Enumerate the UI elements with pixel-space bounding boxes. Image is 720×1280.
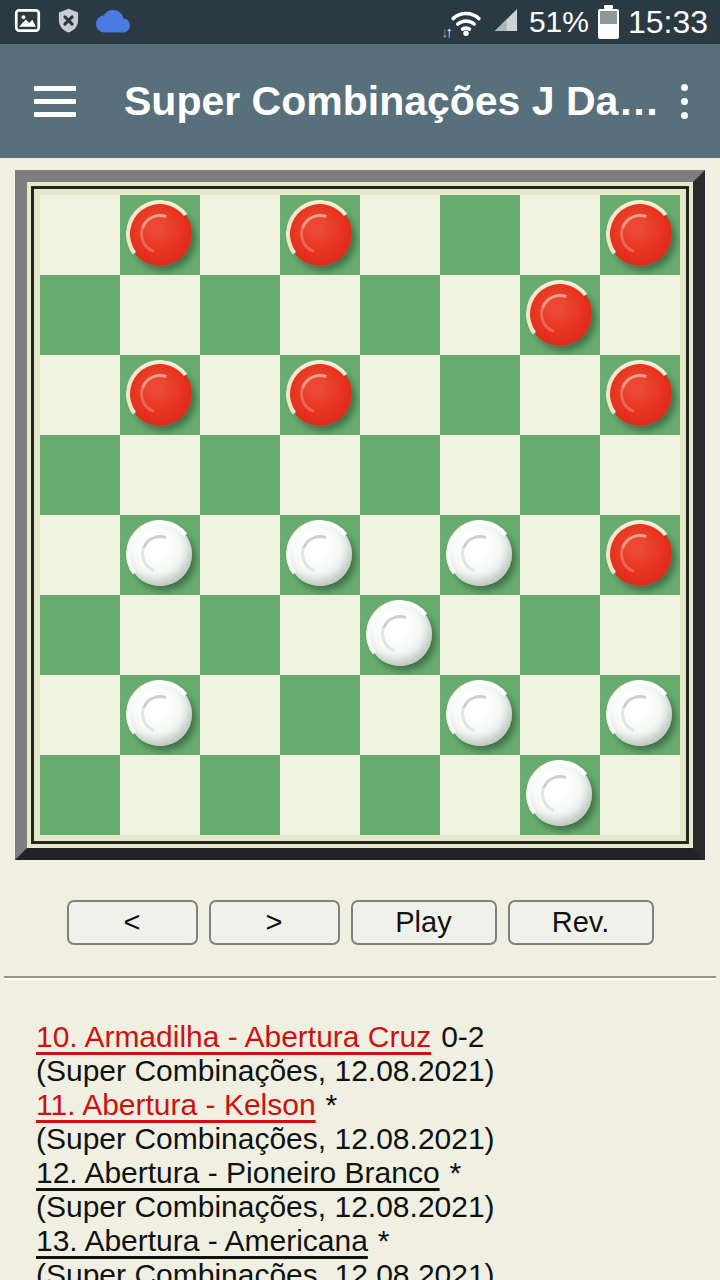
square-d3 <box>280 595 360 675</box>
square-c4 <box>200 515 280 595</box>
square-a5[interactable] <box>40 435 120 515</box>
game-list-item: 11. Abertura - Kelson*(Super Combinações… <box>36 1088 684 1156</box>
red-piece[interactable] <box>608 522 672 586</box>
square-f1 <box>440 755 520 835</box>
square-h2[interactable] <box>600 675 680 755</box>
square-h5 <box>600 435 680 515</box>
red-piece[interactable] <box>288 362 352 426</box>
square-e1[interactable] <box>360 755 440 835</box>
square-a3[interactable] <box>40 595 120 675</box>
square-h4[interactable] <box>600 515 680 595</box>
square-d7 <box>280 275 360 355</box>
shield-x-icon <box>55 7 82 38</box>
red-piece[interactable] <box>128 202 192 266</box>
game-link[interactable]: 10. Armadilha - Abertura Cruz <box>36 1020 431 1053</box>
square-d1 <box>280 755 360 835</box>
square-a6 <box>40 355 120 435</box>
white-piece[interactable] <box>128 682 192 746</box>
game-title-line: 10. Armadilha - Abertura Cruz0-2 <box>36 1020 684 1054</box>
game-title-line: 12. Abertura - Pioneiro Branco* <box>36 1156 684 1190</box>
games-list: 10. Armadilha - Abertura Cruz0-2(Super C… <box>36 1020 684 1280</box>
game-meta: (Super Combinações, 12.08.2021) <box>36 1122 684 1156</box>
square-h1 <box>600 755 680 835</box>
square-a8 <box>40 195 120 275</box>
square-e7[interactable] <box>360 275 440 355</box>
game-list-item: 13. Abertura - Americana*(Super Combinaç… <box>36 1224 684 1280</box>
square-g8 <box>520 195 600 275</box>
square-f7 <box>440 275 520 355</box>
phone-screen: ↓↑ 51% 15:33 Super Combinações J Da… < >… <box>0 0 720 1280</box>
white-piece[interactable] <box>608 682 672 746</box>
checkers-board-frame <box>15 170 705 860</box>
battery-icon <box>598 9 619 39</box>
game-meta: (Super Combinações, 12.08.2021) <box>36 1054 684 1088</box>
move-controls: < > Play Rev. <box>0 900 720 945</box>
square-g5[interactable] <box>520 435 600 515</box>
square-g1[interactable] <box>520 755 600 835</box>
signal-icon <box>492 6 520 38</box>
square-b1 <box>120 755 200 835</box>
square-f3 <box>440 595 520 675</box>
square-c7[interactable] <box>200 275 280 355</box>
square-g7[interactable] <box>520 275 600 355</box>
white-piece[interactable] <box>128 522 192 586</box>
battery-percent: 51% <box>529 5 589 39</box>
app-title: Super Combinações J Da… <box>124 78 677 125</box>
status-icons-right: ↓↑ 51% 15:33 <box>449 4 708 41</box>
square-b8[interactable] <box>120 195 200 275</box>
game-result: * <box>378 1224 390 1257</box>
square-d6[interactable] <box>280 355 360 435</box>
square-a1[interactable] <box>40 755 120 835</box>
white-piece[interactable] <box>288 522 352 586</box>
square-c5[interactable] <box>200 435 280 515</box>
square-h3 <box>600 595 680 675</box>
square-c6 <box>200 355 280 435</box>
square-g4 <box>520 515 600 595</box>
square-c8 <box>200 195 280 275</box>
overflow-menu-icon[interactable] <box>677 80 692 123</box>
square-b6[interactable] <box>120 355 200 435</box>
cloud-icon <box>96 7 130 38</box>
red-piece[interactable] <box>608 202 672 266</box>
red-piece[interactable] <box>288 202 352 266</box>
wifi-traffic-arrows-icon: ↓↑ <box>441 23 450 40</box>
square-d8[interactable] <box>280 195 360 275</box>
square-e3[interactable] <box>360 595 440 675</box>
status-icons-left <box>14 7 130 38</box>
game-link[interactable]: 13. Abertura - Americana <box>36 1224 368 1257</box>
game-result: * <box>326 1088 338 1121</box>
square-g3[interactable] <box>520 595 600 675</box>
square-b5 <box>120 435 200 515</box>
red-piece[interactable] <box>128 362 192 426</box>
red-piece[interactable] <box>528 282 592 346</box>
white-piece[interactable] <box>528 762 592 826</box>
square-c1[interactable] <box>200 755 280 835</box>
white-piece[interactable] <box>448 522 512 586</box>
next-move-button[interactable]: > <box>209 900 340 945</box>
divider <box>4 976 716 980</box>
square-b4[interactable] <box>120 515 200 595</box>
square-a7[interactable] <box>40 275 120 355</box>
game-result: * <box>450 1156 462 1189</box>
square-b2[interactable] <box>120 675 200 755</box>
square-g2 <box>520 675 600 755</box>
red-piece[interactable] <box>608 362 672 426</box>
white-piece[interactable] <box>448 682 512 746</box>
game-title-line: 11. Abertura - Kelson* <box>36 1088 684 1122</box>
game-meta: (Super Combinações, 12.08.2021) <box>36 1258 684 1280</box>
square-e4 <box>360 515 440 595</box>
square-c3[interactable] <box>200 595 280 675</box>
square-f4[interactable] <box>440 515 520 595</box>
play-button[interactable]: Play <box>351 900 497 945</box>
square-c2 <box>200 675 280 755</box>
prev-move-button[interactable]: < <box>67 900 198 945</box>
square-e6 <box>360 355 440 435</box>
gallery-icon <box>14 7 41 38</box>
square-d2[interactable] <box>280 675 360 755</box>
square-f2[interactable] <box>440 675 520 755</box>
square-d5 <box>280 435 360 515</box>
game-result: 0-2 <box>441 1020 484 1053</box>
white-piece[interactable] <box>368 602 432 666</box>
checkers-board-inner-frame <box>31 186 689 844</box>
rev-button[interactable]: Rev. <box>508 900 654 945</box>
game-list-item: 12. Abertura - Pioneiro Branco*(Super Co… <box>36 1156 684 1224</box>
square-d4[interactable] <box>280 515 360 595</box>
square-f8[interactable] <box>440 195 520 275</box>
square-e2 <box>360 675 440 755</box>
square-a4 <box>40 515 120 595</box>
game-title-line: 13. Abertura - Americana* <box>36 1224 684 1258</box>
square-f5 <box>440 435 520 515</box>
square-b3 <box>120 595 200 675</box>
game-link[interactable]: 11. Abertura - Kelson <box>36 1088 316 1121</box>
square-h7 <box>600 275 680 355</box>
square-b7 <box>120 275 200 355</box>
status-bar: ↓↑ 51% 15:33 <box>0 0 720 44</box>
square-h8[interactable] <box>600 195 680 275</box>
square-a2 <box>40 675 120 755</box>
checkers-board <box>40 195 680 835</box>
clock: 15:33 <box>628 4 708 41</box>
app-bar: Super Combinações J Da… <box>0 44 720 158</box>
square-g6 <box>520 355 600 435</box>
game-link[interactable]: 12. Abertura - Pioneiro Branco <box>36 1156 440 1189</box>
game-list-item: 10. Armadilha - Abertura Cruz0-2(Super C… <box>36 1020 684 1088</box>
square-h6[interactable] <box>600 355 680 435</box>
game-meta: (Super Combinações, 12.08.2021) <box>36 1190 684 1224</box>
square-e8 <box>360 195 440 275</box>
wifi-icon: ↓↑ <box>449 7 483 37</box>
square-e5[interactable] <box>360 435 440 515</box>
square-f6[interactable] <box>440 355 520 435</box>
menu-icon[interactable] <box>34 78 76 125</box>
